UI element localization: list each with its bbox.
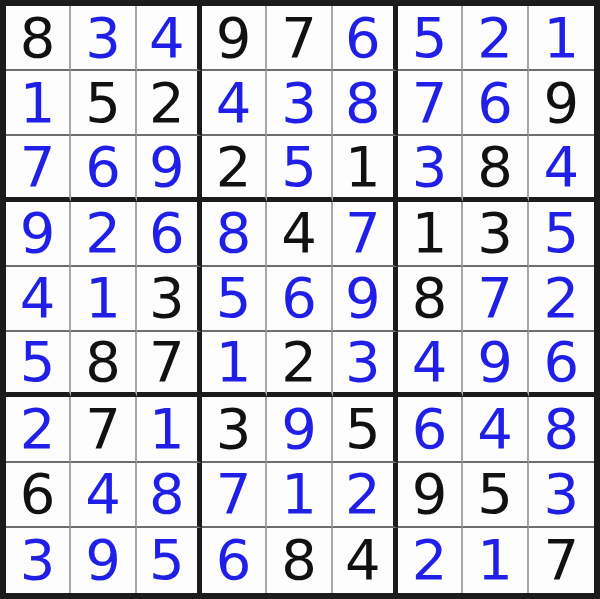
cell-r2c7[interactable]: 7 <box>398 71 463 136</box>
cell-r4c9[interactable]: 5 <box>529 202 594 267</box>
sudoku-board: 8349765211524387697692513849268471354135… <box>0 0 600 599</box>
cell-r8c8[interactable]: 5 <box>463 463 528 528</box>
cell-r4c2[interactable]: 2 <box>71 202 136 267</box>
cell-r5c5[interactable]: 6 <box>267 267 332 332</box>
cell-r1c4[interactable]: 9 <box>202 6 267 71</box>
cell-r9c2[interactable]: 9 <box>71 528 136 593</box>
cell-r6c1[interactable]: 5 <box>6 332 71 397</box>
cell-r2c3[interactable]: 2 <box>137 71 202 136</box>
cell-r5c7[interactable]: 8 <box>398 267 463 332</box>
cell-r2c4[interactable]: 4 <box>202 71 267 136</box>
cell-r4c1[interactable]: 9 <box>6 202 71 267</box>
cell-r9c8[interactable]: 1 <box>463 528 528 593</box>
cell-r7c3[interactable]: 1 <box>137 397 202 462</box>
cell-r1c6[interactable]: 6 <box>333 6 398 71</box>
cell-r7c2[interactable]: 7 <box>71 397 136 462</box>
cell-r9c6[interactable]: 4 <box>333 528 398 593</box>
cell-r8c6[interactable]: 2 <box>333 463 398 528</box>
cell-r6c9[interactable]: 6 <box>529 332 594 397</box>
cell-r7c9[interactable]: 8 <box>529 397 594 462</box>
cell-r1c9[interactable]: 1 <box>529 6 594 71</box>
cell-r4c6[interactable]: 7 <box>333 202 398 267</box>
cell-r2c6[interactable]: 8 <box>333 71 398 136</box>
cell-r5c8[interactable]: 7 <box>463 267 528 332</box>
cell-r8c4[interactable]: 7 <box>202 463 267 528</box>
cell-r3c9[interactable]: 4 <box>529 136 594 201</box>
cell-r4c3[interactable]: 6 <box>137 202 202 267</box>
cell-r6c8[interactable]: 9 <box>463 332 528 397</box>
cell-r1c3[interactable]: 4 <box>137 6 202 71</box>
cell-r3c7[interactable]: 3 <box>398 136 463 201</box>
cell-r8c2[interactable]: 4 <box>71 463 136 528</box>
cell-r6c4[interactable]: 1 <box>202 332 267 397</box>
cell-r5c4[interactable]: 5 <box>202 267 267 332</box>
cell-r9c4[interactable]: 6 <box>202 528 267 593</box>
cell-r3c8[interactable]: 8 <box>463 136 528 201</box>
cell-r2c1[interactable]: 1 <box>6 71 71 136</box>
cell-r3c1[interactable]: 7 <box>6 136 71 201</box>
cell-r7c7[interactable]: 6 <box>398 397 463 462</box>
cell-r2c2[interactable]: 5 <box>71 71 136 136</box>
cell-r5c6[interactable]: 9 <box>333 267 398 332</box>
cell-r7c1[interactable]: 2 <box>6 397 71 462</box>
cell-r6c7[interactable]: 4 <box>398 332 463 397</box>
cell-r1c8[interactable]: 2 <box>463 6 528 71</box>
cell-r4c8[interactable]: 3 <box>463 202 528 267</box>
cell-r1c5[interactable]: 7 <box>267 6 332 71</box>
cell-r3c5[interactable]: 5 <box>267 136 332 201</box>
cell-r9c5[interactable]: 8 <box>267 528 332 593</box>
cell-r9c1[interactable]: 3 <box>6 528 71 593</box>
cell-r1c1[interactable]: 8 <box>6 6 71 71</box>
cell-r2c5[interactable]: 3 <box>267 71 332 136</box>
cell-r4c4[interactable]: 8 <box>202 202 267 267</box>
cell-r9c3[interactable]: 5 <box>137 528 202 593</box>
cell-r5c2[interactable]: 1 <box>71 267 136 332</box>
cell-r8c7[interactable]: 9 <box>398 463 463 528</box>
cell-r3c6[interactable]: 1 <box>333 136 398 201</box>
cell-r3c3[interactable]: 9 <box>137 136 202 201</box>
cell-r7c8[interactable]: 4 <box>463 397 528 462</box>
cell-r9c9[interactable]: 7 <box>529 528 594 593</box>
cell-r2c8[interactable]: 6 <box>463 71 528 136</box>
cell-r6c2[interactable]: 8 <box>71 332 136 397</box>
cell-r7c4[interactable]: 3 <box>202 397 267 462</box>
cell-r6c5[interactable]: 2 <box>267 332 332 397</box>
cell-r7c6[interactable]: 5 <box>333 397 398 462</box>
cell-r8c3[interactable]: 8 <box>137 463 202 528</box>
cell-r2c9[interactable]: 9 <box>529 71 594 136</box>
cell-r7c5[interactable]: 9 <box>267 397 332 462</box>
cell-r8c1[interactable]: 6 <box>6 463 71 528</box>
cell-r1c7[interactable]: 5 <box>398 6 463 71</box>
cell-r8c5[interactable]: 1 <box>267 463 332 528</box>
cell-r5c3[interactable]: 3 <box>137 267 202 332</box>
cell-r4c7[interactable]: 1 <box>398 202 463 267</box>
cell-r8c9[interactable]: 3 <box>529 463 594 528</box>
cell-r4c5[interactable]: 4 <box>267 202 332 267</box>
cell-r5c1[interactable]: 4 <box>6 267 71 332</box>
cell-r3c2[interactable]: 6 <box>71 136 136 201</box>
cell-r1c2[interactable]: 3 <box>71 6 136 71</box>
cell-r6c3[interactable]: 7 <box>137 332 202 397</box>
cell-r3c4[interactable]: 2 <box>202 136 267 201</box>
cell-r9c7[interactable]: 2 <box>398 528 463 593</box>
cell-r6c6[interactable]: 3 <box>333 332 398 397</box>
cell-r5c9[interactable]: 2 <box>529 267 594 332</box>
